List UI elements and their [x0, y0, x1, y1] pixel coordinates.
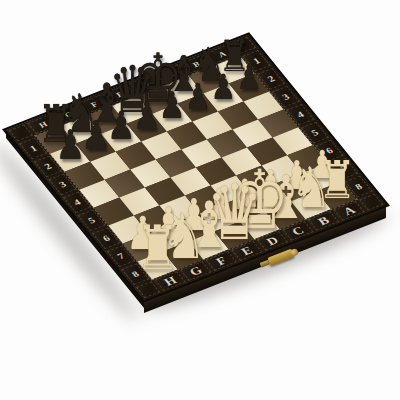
- black-pawn-a2[interactable]: ♟: [235, 61, 263, 95]
- black-pawn-h2[interactable]: ♟: [53, 125, 86, 166]
- white-rook-h8[interactable]: ♜: [132, 217, 182, 278]
- pieces-layer: ♜♞♝♚♛♝♞♜♟♟♟♟♟♟♟♟♜♞♝♚♛♝♞♜♟♟♟♟♟♟♟♟: [0, 0, 400, 400]
- black-pawn-c2[interactable]: ♟: [183, 79, 212, 115]
- black-pawn-b2[interactable]: ♟: [209, 70, 237, 105]
- photo-scene: HGFEDCBA1122334455667788HGFEDCBA ♜♞♝♚♛♝♞…: [0, 0, 400, 400]
